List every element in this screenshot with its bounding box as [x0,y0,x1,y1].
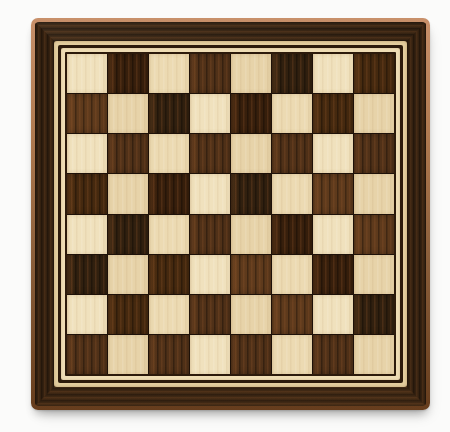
square-h8[interactable] [354,54,394,93]
square-f6[interactable] [272,134,312,173]
square-c5[interactable] [149,174,189,213]
square-b3[interactable] [108,255,148,294]
square-a8[interactable] [67,54,107,93]
square-g1[interactable] [313,335,353,374]
square-d3[interactable] [190,255,230,294]
square-f4[interactable] [272,215,312,254]
square-d1[interactable] [190,335,230,374]
square-f8[interactable] [272,54,312,93]
board-outer-bevel [31,18,430,410]
square-c1[interactable] [149,335,189,374]
square-d8[interactable] [190,54,230,93]
square-c2[interactable] [149,295,189,334]
square-a2[interactable] [67,295,107,334]
square-h6[interactable] [354,134,394,173]
square-c8[interactable] [149,54,189,93]
square-a3[interactable] [67,255,107,294]
square-d2[interactable] [190,295,230,334]
square-f7[interactable] [272,94,312,133]
square-g4[interactable] [313,215,353,254]
square-c4[interactable] [149,215,189,254]
square-h1[interactable] [354,335,394,374]
maple-pinstripe-outer [54,41,407,387]
square-h3[interactable] [354,255,394,294]
square-d5[interactable] [190,174,230,213]
square-f1[interactable] [272,335,312,374]
square-a4[interactable] [67,215,107,254]
square-a5[interactable] [67,174,107,213]
square-f5[interactable] [272,174,312,213]
square-g6[interactable] [313,134,353,173]
square-h4[interactable] [354,215,394,254]
square-g5[interactable] [313,174,353,213]
square-c6[interactable] [149,134,189,173]
square-b1[interactable] [108,335,148,374]
square-b6[interactable] [108,134,148,173]
square-a7[interactable] [67,94,107,133]
square-h7[interactable] [354,94,394,133]
chessboard [31,18,430,410]
square-b4[interactable] [108,215,148,254]
square-b7[interactable] [108,94,148,133]
square-a6[interactable] [67,134,107,173]
square-e5[interactable] [231,174,271,213]
square-e6[interactable] [231,134,271,173]
square-e4[interactable] [231,215,271,254]
square-g7[interactable] [313,94,353,133]
square-g2[interactable] [313,295,353,334]
square-c7[interactable] [149,94,189,133]
square-e2[interactable] [231,295,271,334]
square-b2[interactable] [108,295,148,334]
board-frame [35,22,426,406]
square-f2[interactable] [272,295,312,334]
square-b8[interactable] [108,54,148,93]
dark-pinstripe-outer [58,45,403,383]
squares-grid [67,54,394,374]
square-f3[interactable] [272,255,312,294]
square-h5[interactable] [354,174,394,213]
square-c3[interactable] [149,255,189,294]
square-b5[interactable] [108,174,148,213]
dark-pinstripe-inner [65,52,396,376]
square-e1[interactable] [231,335,271,374]
square-d4[interactable] [190,215,230,254]
square-e8[interactable] [231,54,271,93]
square-a1[interactable] [67,335,107,374]
square-d7[interactable] [190,94,230,133]
maple-pinstripe-inner [61,48,400,380]
square-e7[interactable] [231,94,271,133]
square-g3[interactable] [313,255,353,294]
square-h2[interactable] [354,295,394,334]
square-d6[interactable] [190,134,230,173]
square-g8[interactable] [313,54,353,93]
square-e3[interactable] [231,255,271,294]
